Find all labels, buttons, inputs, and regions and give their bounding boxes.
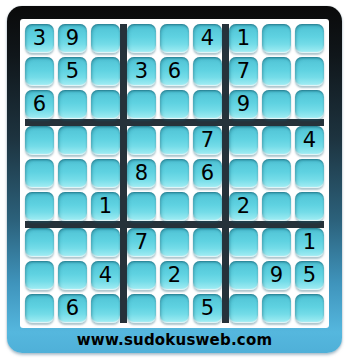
block-9: 195 — [229, 228, 324, 323]
cell-r4c4[interactable] — [127, 126, 156, 155]
block-3: 179 — [229, 24, 324, 119]
cell-r3c2[interactable] — [58, 90, 87, 119]
cell-r3c7[interactable]: 9 — [229, 90, 258, 119]
block-1: 3956 — [25, 24, 120, 119]
cell-r1c1[interactable]: 3 — [25, 24, 54, 53]
block-2: 436 — [127, 24, 222, 119]
cell-r6c9[interactable] — [295, 192, 324, 221]
cell-r3c6[interactable] — [193, 90, 222, 119]
cell-r8c4[interactable] — [127, 261, 156, 290]
cell-r9c7[interactable] — [229, 294, 258, 323]
cell-r1c4[interactable] — [127, 24, 156, 53]
cell-r7c1[interactable] — [25, 228, 54, 257]
cell-r9c2[interactable]: 6 — [58, 294, 87, 323]
cell-r2c5[interactable]: 6 — [160, 57, 189, 86]
cell-r4c6[interactable]: 7 — [193, 126, 222, 155]
block-5: 786 — [127, 126, 222, 221]
cell-r8c6[interactable] — [193, 261, 222, 290]
cell-r5c4[interactable]: 8 — [127, 159, 156, 188]
cell-r2c1[interactable] — [25, 57, 54, 86]
cell-r5c5[interactable] — [160, 159, 189, 188]
cell-r2c4[interactable]: 3 — [127, 57, 156, 86]
cell-r4c5[interactable] — [160, 126, 189, 155]
cell-r3c3[interactable] — [91, 90, 120, 119]
cell-r7c4[interactable]: 7 — [127, 228, 156, 257]
cell-r4c2[interactable] — [58, 126, 87, 155]
cell-r8c9[interactable]: 5 — [295, 261, 324, 290]
cell-r4c7[interactable] — [229, 126, 258, 155]
cell-r8c7[interactable] — [229, 261, 258, 290]
cell-r6c3[interactable]: 1 — [91, 192, 120, 221]
cell-r5c2[interactable] — [58, 159, 87, 188]
cell-r9c9[interactable] — [295, 294, 324, 323]
cell-r3c4[interactable] — [127, 90, 156, 119]
cell-r7c9[interactable]: 1 — [295, 228, 324, 257]
cell-r2c8[interactable] — [262, 57, 291, 86]
cell-r2c3[interactable] — [91, 57, 120, 86]
cell-r3c1[interactable]: 6 — [25, 90, 54, 119]
cell-r1c7[interactable]: 1 — [229, 24, 258, 53]
site-url[interactable]: www.sudokusweb.com — [20, 328, 329, 352]
cell-r6c2[interactable] — [58, 192, 87, 221]
cell-r1c6[interactable]: 4 — [193, 24, 222, 53]
cell-r9c5[interactable] — [160, 294, 189, 323]
cell-r8c5[interactable]: 2 — [160, 261, 189, 290]
cell-r6c5[interactable] — [160, 192, 189, 221]
block-4: 1 — [25, 126, 120, 221]
cell-r7c7[interactable] — [229, 228, 258, 257]
cell-r4c1[interactable] — [25, 126, 54, 155]
cell-r5c9[interactable] — [295, 159, 324, 188]
block-7: 46 — [25, 228, 120, 323]
cell-r8c2[interactable] — [58, 261, 87, 290]
cell-r9c6[interactable]: 5 — [193, 294, 222, 323]
cell-r3c8[interactable] — [262, 90, 291, 119]
cell-r5c6[interactable]: 6 — [193, 159, 222, 188]
cell-r1c5[interactable] — [160, 24, 189, 53]
cell-r6c7[interactable]: 2 — [229, 192, 258, 221]
block-6: 42 — [229, 126, 324, 221]
cell-r9c4[interactable] — [127, 294, 156, 323]
cell-r3c9[interactable] — [295, 90, 324, 119]
cell-r8c1[interactable] — [25, 261, 54, 290]
sudoku-grid: 395643617917864246725195 — [25, 24, 324, 323]
cell-r1c3[interactable] — [91, 24, 120, 53]
cell-r4c8[interactable] — [262, 126, 291, 155]
cell-r3c5[interactable] — [160, 90, 189, 119]
cell-r4c3[interactable] — [91, 126, 120, 155]
cell-r2c6[interactable] — [193, 57, 222, 86]
cell-r9c1[interactable] — [25, 294, 54, 323]
sudoku-board: 395643617917864246725195 www.sudokusweb.… — [7, 6, 342, 353]
cell-r6c1[interactable] — [25, 192, 54, 221]
cell-r5c3[interactable] — [91, 159, 120, 188]
cell-r5c7[interactable] — [229, 159, 258, 188]
cell-r9c3[interactable] — [91, 294, 120, 323]
cell-r7c8[interactable] — [262, 228, 291, 257]
cell-r7c5[interactable] — [160, 228, 189, 257]
cell-r7c2[interactable] — [58, 228, 87, 257]
cell-r5c8[interactable] — [262, 159, 291, 188]
cell-r2c2[interactable]: 5 — [58, 57, 87, 86]
cell-r1c8[interactable] — [262, 24, 291, 53]
block-8: 725 — [127, 228, 222, 323]
cell-r7c6[interactable] — [193, 228, 222, 257]
cell-r6c6[interactable] — [193, 192, 222, 221]
cell-r6c4[interactable] — [127, 192, 156, 221]
cell-r9c8[interactable] — [262, 294, 291, 323]
cell-r2c7[interactable]: 7 — [229, 57, 258, 86]
cell-r8c8[interactable]: 9 — [262, 261, 291, 290]
cell-r7c3[interactable] — [91, 228, 120, 257]
cell-r6c8[interactable] — [262, 192, 291, 221]
grid-area: 395643617917864246725195 — [20, 19, 329, 328]
cell-r5c1[interactable] — [25, 159, 54, 188]
cell-r1c9[interactable] — [295, 24, 324, 53]
cell-r4c9[interactable]: 4 — [295, 126, 324, 155]
cell-r1c2[interactable]: 9 — [58, 24, 87, 53]
cell-r8c3[interactable]: 4 — [91, 261, 120, 290]
cell-r2c9[interactable] — [295, 57, 324, 86]
